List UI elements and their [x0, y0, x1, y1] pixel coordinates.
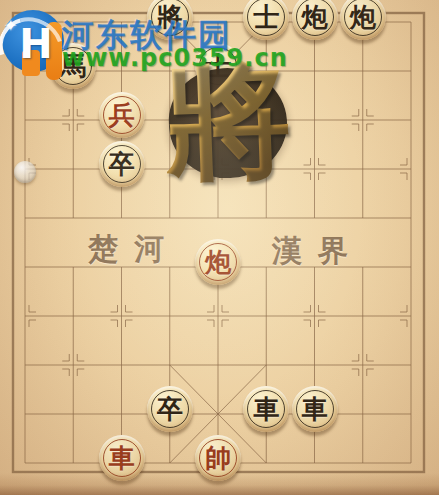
cell-6-8: 車: [290, 390, 338, 439]
cell-5-8: 車: [242, 390, 290, 439]
piece-character: 卒: [147, 386, 193, 432]
piece-character: 將: [147, 0, 193, 40]
piece-grid: 將士炮炮馬士兵卒炮卒車車車帥: [1, 0, 435, 488]
piece-black-general[interactable]: 將: [147, 0, 193, 40]
cell-2-3: 卒: [97, 145, 145, 194]
cell-3-0: 將: [146, 0, 194, 47]
piece-character: 帥: [195, 435, 241, 481]
piece-black-soldier[interactable]: 卒: [147, 386, 193, 432]
cell-7-0: 炮: [339, 0, 387, 47]
piece-character: 卒: [99, 141, 145, 187]
piece-black-chariot[interactable]: 車: [292, 386, 338, 432]
piece-black-chariot[interactable]: 車: [243, 386, 289, 432]
glass-bead-decoration: [14, 161, 36, 183]
piece-character: 兵: [99, 92, 145, 138]
piece-red-cannon[interactable]: 炮: [195, 239, 241, 285]
piece-red-soldier[interactable]: 兵: [99, 92, 145, 138]
piece-character: 炮: [292, 0, 338, 40]
cell-3-8: 卒: [146, 390, 194, 439]
piece-character: 炮: [340, 0, 386, 40]
piece-black-cannon[interactable]: 炮: [340, 0, 386, 40]
cell-4-5: 炮: [194, 243, 242, 292]
piece-black-advisor[interactable]: 士: [243, 0, 289, 40]
cell-1-1: 馬: [49, 47, 97, 96]
piece-character: 炮: [195, 239, 241, 285]
piece-character: 車: [99, 435, 145, 481]
piece-black-horse[interactable]: 馬: [50, 43, 96, 89]
piece-black-soldier[interactable]: 卒: [99, 141, 145, 187]
piece-character: 車: [243, 386, 289, 432]
xiangqi-board-screen: 楚河 漢界 將士炮炮馬士兵卒炮卒車車車帥 將 H ✦ 河东软件园 www.pc0…: [0, 0, 439, 495]
cell-4-9: 帥: [194, 439, 242, 488]
cell-5-0: 士: [242, 0, 290, 47]
piece-character: 士: [195, 43, 241, 89]
cell-6-0: 炮: [290, 0, 338, 47]
cell-4-1: 士: [194, 47, 242, 96]
piece-character: 士: [243, 0, 289, 40]
piece-black-cannon[interactable]: 炮: [292, 0, 338, 40]
piece-character: 馬: [50, 43, 96, 89]
piece-red-general[interactable]: 帥: [195, 435, 241, 481]
cell-2-2: 兵: [97, 96, 145, 145]
cell-2-9: 車: [97, 439, 145, 488]
piece-character: 車: [292, 386, 338, 432]
piece-red-chariot[interactable]: 車: [99, 435, 145, 481]
piece-black-advisor[interactable]: 士: [195, 43, 241, 89]
